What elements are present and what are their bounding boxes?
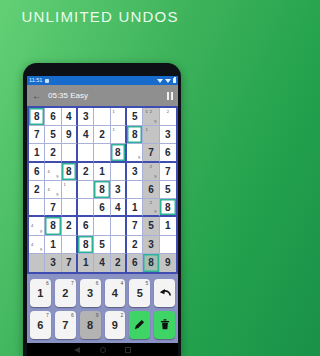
cell-r1c4[interactable]: 3 [78, 108, 94, 126]
cell-r6c3[interactable] [62, 199, 78, 217]
pencil-marks: 29 [144, 164, 157, 179]
cell-r5c2[interactable]: 49 [45, 181, 61, 199]
cell-r7c5[interactable] [94, 217, 110, 235]
cell-r8c2[interactable]: 1 [45, 236, 61, 254]
cell-r7c6[interactable] [111, 217, 127, 235]
cell-r1c7[interactable]: 5 [127, 108, 143, 126]
back-arrow-icon[interactable]: ← [32, 85, 42, 106]
cell-r8c1[interactable]: 49 [29, 236, 45, 254]
nav-back-icon[interactable] [74, 347, 80, 353]
status-bar: 11:51 [27, 76, 178, 85]
digit-key-2[interactable]: 27 [55, 279, 76, 307]
pencil-marks: 1 [112, 127, 124, 142]
cell-r2c6[interactable]: 1 [111, 126, 127, 144]
cell-r1c5[interactable] [94, 108, 110, 126]
cell-r7c4[interactable]: 6 [78, 217, 94, 235]
cell-r5c5[interactable]: 8 [94, 181, 110, 199]
digit-key-4[interactable]: 44 [105, 279, 126, 307]
cell-r5c3[interactable]: 1 [62, 181, 78, 199]
digit-key-6[interactable]: 67 [30, 311, 51, 339]
cell-r4c6[interactable] [111, 163, 127, 181]
cell-r9c7[interactable]: 6 [127, 254, 143, 272]
cell-r1c8[interactable]: 129 [143, 108, 159, 126]
pencil-marks: 49 [46, 182, 59, 197]
digit-count-badge: 6 [71, 312, 74, 318]
cell-r6c7[interactable]: 1 [127, 199, 143, 217]
digit-count-badge: 6 [96, 280, 99, 286]
cell-r1c3[interactable]: 4 [62, 108, 78, 126]
cell-r7c8[interactable]: 5 [143, 217, 159, 235]
cell-r9c4[interactable]: 1 [78, 254, 94, 272]
cell-r3c6[interactable]: 8 [111, 144, 127, 162]
status-time: 11:51 [29, 76, 42, 85]
cell-r3c5[interactable] [94, 144, 110, 162]
number-keypad: 1627364455 67768992 [27, 274, 178, 343]
cell-r8c6[interactable] [111, 236, 127, 254]
cell-r1c6[interactable]: 1 [111, 108, 127, 126]
cell-r4c8[interactable]: 29 [143, 163, 159, 181]
digit-count-badge: 5 [145, 280, 148, 286]
pause-icon[interactable] [167, 92, 173, 100]
pencil-key[interactable] [129, 311, 150, 339]
cell-r4c1[interactable]: 6 [29, 163, 45, 181]
pencil-marks: 29 [144, 200, 157, 214]
cell-r8c5[interactable]: 5 [94, 236, 110, 254]
cell-r8c7[interactable]: 2 [127, 236, 143, 254]
cell-r6c5[interactable]: 6 [94, 199, 110, 217]
cell-r4c7[interactable]: 3 [127, 163, 143, 181]
cell-r4c2[interactable]: 49 [45, 163, 61, 181]
cell-r6c8[interactable]: 29 [143, 199, 159, 217]
digit-key-7[interactable]: 76 [55, 311, 76, 339]
cell-r3c3[interactable] [62, 144, 78, 162]
cell-r3c9[interactable]: 6 [160, 144, 176, 162]
cell-r4c3[interactable]: 8 [62, 163, 78, 181]
cell-r2c7[interactable]: 8 [127, 126, 143, 144]
pencil-marks: 129 [144, 109, 157, 124]
digit-count-badge: 6 [46, 280, 49, 286]
cell-r1c9[interactable]: 2 [160, 108, 176, 126]
keypad-row-2: 67768992 [30, 311, 175, 339]
signal-icon [165, 79, 171, 83]
digit-count-badge: 4 [121, 280, 124, 286]
app-bar: ← 05:35 Easy [27, 85, 178, 106]
cell-r9c9[interactable]: 9 [160, 254, 176, 272]
pencil-marks: 49 [30, 237, 43, 252]
phone-screen: 11:51 ← 05:35 Easy 864315129275942181312… [27, 76, 178, 356]
phone-mockup: 11:51 ← 05:35 Easy 864315129275942181312… [23, 63, 181, 356]
cell-r5c4[interactable] [78, 181, 94, 199]
cell-r1c1[interactable]: 8 [29, 108, 45, 126]
trash-icon [158, 317, 172, 334]
cell-r3c1[interactable]: 1 [29, 144, 45, 162]
digit-key-8[interactable]: 89 [80, 311, 101, 339]
cell-r7c3[interactable]: 2 [62, 217, 78, 235]
cell-r7c1[interactable]: 49 [29, 217, 45, 235]
cell-r3c4[interactable] [78, 144, 94, 162]
android-nav-bar [27, 343, 178, 356]
pencil-marks: 1 [112, 109, 124, 124]
pencil-marks: 49 [30, 218, 43, 233]
digit-count-badge: 2 [121, 312, 124, 318]
cell-r9c5[interactable]: 4 [94, 254, 110, 272]
cell-r6c4[interactable] [78, 199, 94, 217]
sudoku-grid: 8643151292759421813128976649821329724918… [27, 106, 178, 274]
cell-r5c7[interactable] [127, 181, 143, 199]
cell-r6c6[interactable]: 4 [111, 199, 127, 217]
cell-r4c5[interactable]: 1 [94, 163, 110, 181]
cell-r5c9[interactable]: 5 [160, 181, 176, 199]
pencil-marks: 49 [46, 164, 59, 179]
undo-key[interactable] [154, 279, 175, 307]
cell-r2c2[interactable]: 5 [45, 126, 61, 144]
digit-key-5[interactable]: 55 [129, 279, 150, 307]
pencil-marks: 1 [144, 127, 157, 142]
cell-r9c2[interactable]: 3 [45, 254, 61, 272]
cell-r8c8[interactable]: 3 [143, 236, 159, 254]
cell-r2c4[interactable]: 4 [78, 126, 94, 144]
digit-key-1[interactable]: 16 [30, 279, 51, 307]
cell-r8c4[interactable]: 8 [78, 236, 94, 254]
cell-r8c3[interactable] [62, 236, 78, 254]
undo-icon [158, 285, 172, 302]
cell-r9c6[interactable]: 2 [111, 254, 127, 272]
digit-count-badge: 7 [71, 280, 74, 286]
cell-r6c2[interactable]: 7 [45, 199, 61, 217]
pencil-marks: 9 [128, 145, 141, 159]
cell-r9c1[interactable] [29, 254, 45, 272]
digit-key-9[interactable]: 92 [105, 311, 126, 339]
pencil-marks: 1 [63, 182, 75, 197]
cell-r2c8[interactable]: 1 [143, 126, 159, 144]
cell-r8c9[interactable] [160, 236, 176, 254]
cell-r2c1[interactable]: 7 [29, 126, 45, 144]
cell-r4c4[interactable]: 2 [78, 163, 94, 181]
cell-r3c2[interactable]: 2 [45, 144, 61, 162]
cell-r4c9[interactable]: 7 [160, 163, 176, 181]
nav-home-icon[interactable] [100, 347, 106, 353]
cell-r3c8[interactable]: 7 [143, 144, 159, 162]
cell-r1c2[interactable]: 6 [45, 108, 61, 126]
nav-recents-icon[interactable] [125, 347, 131, 353]
cell-r5c1[interactable]: 2 [29, 181, 45, 199]
wifi-icon [157, 79, 163, 83]
cell-r2c3[interactable]: 9 [62, 126, 78, 144]
cell-r3c7[interactable]: 9 [127, 144, 143, 162]
pencil-icon [133, 317, 147, 334]
cell-r7c9[interactable]: 1 [160, 217, 176, 235]
digit-key-3[interactable]: 36 [80, 279, 101, 307]
timer-difficulty-title: 05:35 Easy [48, 91, 88, 100]
cell-r9c3[interactable]: 7 [62, 254, 78, 272]
battery-icon [173, 78, 176, 83]
pencil-marks: 2 [161, 109, 175, 124]
cell-r5c6[interactable]: 3 [111, 181, 127, 199]
cell-r2c5[interactable]: 2 [94, 126, 110, 144]
digit-count-badge: 9 [96, 312, 99, 318]
trash-key[interactable] [154, 311, 175, 339]
cell-r9c8[interactable]: 8 [143, 254, 159, 272]
cell-r7c7[interactable]: 7 [127, 217, 143, 235]
keypad-row-1: 1627364455 [30, 279, 175, 307]
cell-r5c8[interactable]: 6 [143, 181, 159, 199]
cell-r2c9[interactable]: 3 [160, 126, 176, 144]
cell-r6c9[interactable]: 8 [160, 199, 176, 217]
notification-icon [45, 79, 49, 83]
promo-banner-text: UNLIMITED UNDOS [0, 8, 200, 25]
cell-r7c2[interactable]: 8 [45, 217, 61, 235]
cell-r6c1[interactable] [29, 199, 45, 217]
digit-count-badge: 7 [46, 312, 49, 318]
